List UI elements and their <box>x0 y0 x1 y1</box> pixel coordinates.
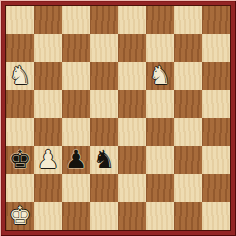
square-a1[interactable]: ♚ <box>6 202 34 230</box>
square-a5[interactable] <box>6 90 34 118</box>
square-b7[interactable] <box>34 34 62 62</box>
black-knight-d3[interactable]: ♞ <box>90 146 118 174</box>
square-c7[interactable] <box>62 34 90 62</box>
square-f4[interactable] <box>146 118 174 146</box>
square-f5[interactable] <box>146 90 174 118</box>
square-a2[interactable] <box>6 174 34 202</box>
square-h6[interactable] <box>202 62 230 90</box>
square-d5[interactable] <box>90 90 118 118</box>
square-h7[interactable] <box>202 34 230 62</box>
square-e8[interactable] <box>118 6 146 34</box>
square-f8[interactable] <box>146 6 174 34</box>
square-g4[interactable] <box>174 118 202 146</box>
square-h5[interactable] <box>202 90 230 118</box>
square-b6[interactable] <box>34 62 62 90</box>
square-h4[interactable] <box>202 118 230 146</box>
square-d2[interactable] <box>90 174 118 202</box>
square-c3[interactable]: ♟ <box>62 146 90 174</box>
square-a3[interactable]: ♚ <box>6 146 34 174</box>
square-c1[interactable] <box>62 202 90 230</box>
square-f6[interactable]: ♞ <box>146 62 174 90</box>
square-f3[interactable] <box>146 146 174 174</box>
square-b1[interactable] <box>34 202 62 230</box>
square-d7[interactable] <box>90 34 118 62</box>
white-knight-a6[interactable]: ♞ <box>6 62 34 90</box>
white-king-a1[interactable]: ♚ <box>6 202 34 230</box>
square-c5[interactable] <box>62 90 90 118</box>
white-knight-f6[interactable]: ♞ <box>146 62 174 90</box>
square-a4[interactable] <box>6 118 34 146</box>
square-f7[interactable] <box>146 34 174 62</box>
square-e2[interactable] <box>118 174 146 202</box>
square-d3[interactable]: ♞ <box>90 146 118 174</box>
square-c4[interactable] <box>62 118 90 146</box>
square-g3[interactable] <box>174 146 202 174</box>
square-b3[interactable]: ♟ <box>34 146 62 174</box>
square-d4[interactable] <box>90 118 118 146</box>
square-g5[interactable] <box>174 90 202 118</box>
square-f1[interactable] <box>146 202 174 230</box>
square-e5[interactable] <box>118 90 146 118</box>
square-a8[interactable] <box>6 6 34 34</box>
chess-board: ♞♞♚♟♟♞♚ <box>6 6 230 230</box>
square-a7[interactable] <box>6 34 34 62</box>
square-c6[interactable] <box>62 62 90 90</box>
board-frame: ♞♞♚♟♟♞♚ <box>0 0 236 236</box>
square-h8[interactable] <box>202 6 230 34</box>
square-d1[interactable] <box>90 202 118 230</box>
square-f2[interactable] <box>146 174 174 202</box>
square-g2[interactable] <box>174 174 202 202</box>
square-e1[interactable] <box>118 202 146 230</box>
white-pawn-b3[interactable]: ♟ <box>34 146 62 174</box>
square-c2[interactable] <box>62 174 90 202</box>
black-pawn-c3[interactable]: ♟ <box>62 146 90 174</box>
square-g7[interactable] <box>174 34 202 62</box>
square-c8[interactable] <box>62 6 90 34</box>
square-b5[interactable] <box>34 90 62 118</box>
square-e3[interactable] <box>118 146 146 174</box>
square-e7[interactable] <box>118 34 146 62</box>
square-h3[interactable] <box>202 146 230 174</box>
square-g1[interactable] <box>174 202 202 230</box>
square-d8[interactable] <box>90 6 118 34</box>
square-a6[interactable]: ♞ <box>6 62 34 90</box>
square-b4[interactable] <box>34 118 62 146</box>
square-d6[interactable] <box>90 62 118 90</box>
square-g8[interactable] <box>174 6 202 34</box>
square-e6[interactable] <box>118 62 146 90</box>
square-b2[interactable] <box>34 174 62 202</box>
square-g6[interactable] <box>174 62 202 90</box>
square-e4[interactable] <box>118 118 146 146</box>
square-h2[interactable] <box>202 174 230 202</box>
square-b8[interactable] <box>34 6 62 34</box>
black-king-a3[interactable]: ♚ <box>6 146 34 174</box>
square-h1[interactable] <box>202 202 230 230</box>
